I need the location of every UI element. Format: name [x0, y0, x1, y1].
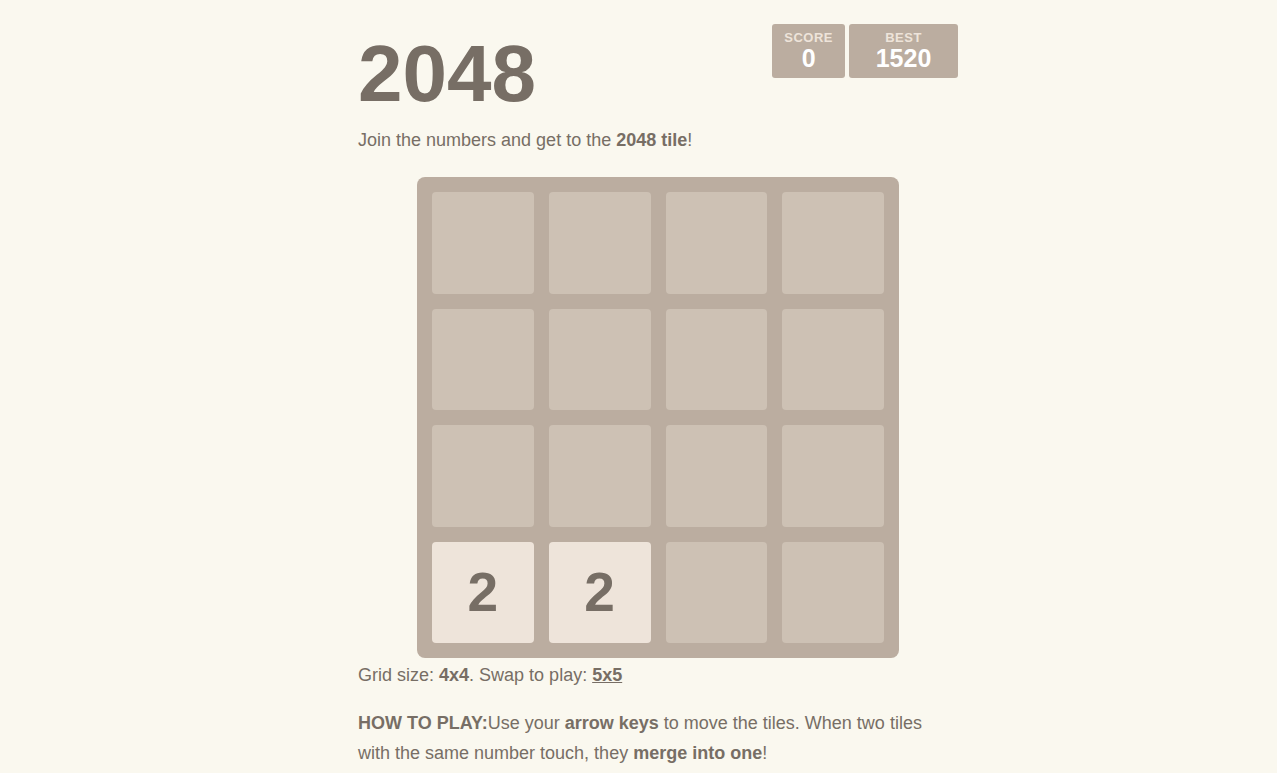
tile-2: 2 — [432, 542, 534, 644]
grid-size-line: Grid size: 4x4. Swap to play: 5x5 — [358, 662, 958, 688]
board-cell — [782, 542, 884, 644]
score-box: SCORE 0 — [772, 24, 845, 78]
how-to-play: HOW TO PLAY:Use your arrow keys to move … — [358, 708, 958, 768]
board-cell — [432, 309, 534, 411]
grid-size-label: Grid size: — [358, 665, 439, 685]
how-to-play-heading: HOW TO PLAY: — [358, 713, 488, 733]
page-container: 2048 SCORE 0 BEST 1520 Join the numbers … — [358, 0, 958, 768]
board-cell — [432, 425, 534, 527]
swap-grid-link[interactable]: 5x5 — [592, 665, 622, 685]
board-cell — [666, 425, 768, 527]
board: 22 — [417, 177, 899, 658]
score-panel: SCORE 0 BEST 1520 — [772, 24, 958, 78]
score-value: 0 — [784, 45, 833, 72]
board-cell — [432, 192, 534, 294]
how-to-play-bold1: arrow keys — [565, 713, 659, 733]
board-cell — [666, 542, 768, 644]
subtitle-bold: 2048 tile — [616, 130, 687, 150]
header: 2048 SCORE 0 BEST 1520 — [358, 24, 958, 114]
how-to-play-part3: ! — [762, 743, 767, 763]
grid-size-separator: . Swap to play: — [469, 665, 592, 685]
best-box: BEST 1520 — [849, 24, 958, 78]
subtitle-text: Join the numbers and get to the — [358, 130, 616, 150]
page-title: 2048 — [358, 34, 536, 114]
board-cell — [549, 309, 651, 411]
best-label: BEST — [875, 30, 932, 45]
board-cell — [549, 192, 651, 294]
how-to-play-bold2: merge into one — [633, 743, 762, 763]
subtitle-suffix: ! — [687, 130, 692, 150]
board-cell — [549, 425, 651, 527]
board-cell — [782, 192, 884, 294]
tile-2: 2 — [549, 542, 651, 644]
grid-size-current: 4x4 — [439, 665, 469, 685]
board-cell — [782, 425, 884, 527]
how-to-play-part1: Use your — [488, 713, 565, 733]
board-cell — [666, 309, 768, 411]
subtitle: Join the numbers and get to the 2048 til… — [358, 127, 958, 153]
score-label: SCORE — [784, 30, 833, 45]
board-cell — [666, 192, 768, 294]
best-value: 1520 — [875, 45, 932, 72]
board-cell — [782, 309, 884, 411]
